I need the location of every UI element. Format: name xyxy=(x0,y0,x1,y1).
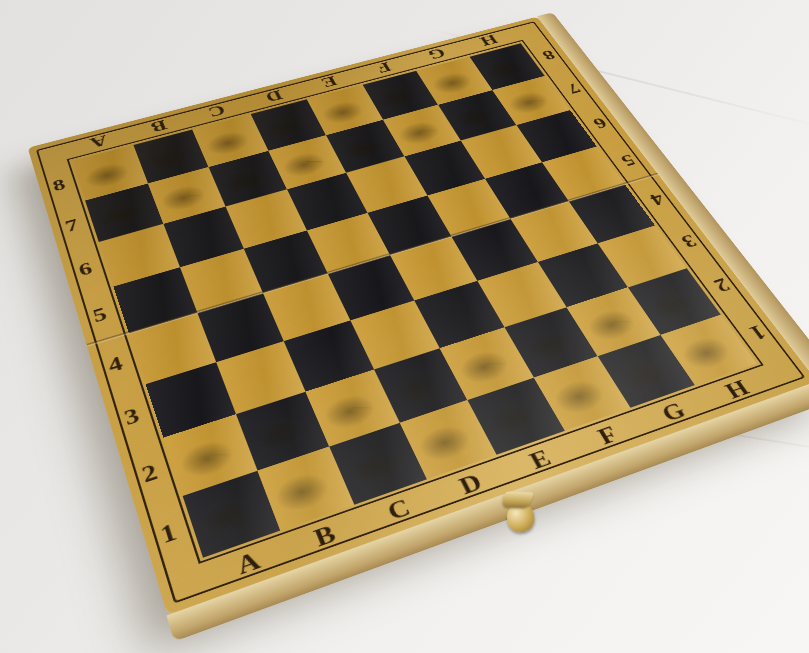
rook-glyph: ♜ xyxy=(195,439,266,520)
rook-glyph: ♜ xyxy=(676,282,740,355)
pawn-glyph: ♟ xyxy=(509,56,552,105)
cream-spike-finial xyxy=(341,12,347,27)
knight-glyph: ♞ xyxy=(266,406,344,495)
pawn-glyph: ♟ xyxy=(455,71,498,120)
pawn-glyph: ♟ xyxy=(400,85,444,135)
pawn-glyph: ♟ xyxy=(224,132,269,184)
cream-ball-finial xyxy=(283,44,293,54)
perspective-scene: ABCDEFGH ABCDEFGH 87654321 87654321 ♜♞♝♛… xyxy=(0,0,809,653)
brass-clasp xyxy=(493,489,548,557)
pawn-glyph: ♟ xyxy=(343,100,387,151)
photo-scene: ABCDEFGH ABCDEFGH 87654321 87654321 ♜♞♝♛… xyxy=(0,0,809,653)
knight-glyph: ♞ xyxy=(610,294,682,376)
pawn-glyph: ♟ xyxy=(284,116,329,167)
bishop-glyph: ♝ xyxy=(337,378,417,470)
pawn-glyph: ♟ xyxy=(100,165,147,218)
pawn-glyph: ♟ xyxy=(163,148,209,200)
dark-spike-finial xyxy=(512,294,519,313)
chess-board: ABCDEFGH ABCDEFGH 87654321 87654321 ♜♞♝♛… xyxy=(28,17,809,616)
